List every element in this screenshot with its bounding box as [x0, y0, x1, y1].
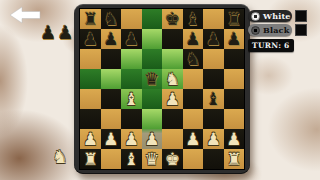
chess-board: ♜♞♚♝♜♟♟♟♟♟♟♞♛♞♝♟♝♟♟♟♟♟♟♟♜♝♛♚♜	[80, 9, 244, 169]
black-pawn-b7: ♟	[101, 29, 122, 49]
square-c8[interactable]	[121, 9, 142, 29]
square-a2[interactable]: ♟	[80, 129, 101, 149]
white-player-label: White	[263, 11, 291, 21]
white-pawn-b2: ♟	[101, 129, 122, 149]
white-pawn-e4: ♟	[162, 89, 183, 109]
square-a8[interactable]: ♜	[80, 9, 101, 29]
square-c3[interactable]	[121, 109, 142, 129]
white-pawn-g2: ♟	[203, 129, 224, 149]
square-f6[interactable]: ♞	[183, 49, 204, 69]
square-b8[interactable]: ♞	[101, 9, 122, 29]
white-knight-e5: ♞	[162, 69, 183, 89]
square-d6[interactable]	[142, 49, 163, 69]
square-b7[interactable]: ♟	[101, 29, 122, 49]
square-b4[interactable]	[101, 89, 122, 109]
black-bishop-g4: ♝	[203, 89, 224, 109]
black-knight-f6: ♞	[183, 49, 204, 69]
square-e8[interactable]: ♚	[162, 9, 183, 29]
white-rook-h1: ♜	[224, 149, 245, 169]
black-pawn-g7: ♟	[203, 29, 224, 49]
square-a7[interactable]: ♟	[80, 29, 101, 49]
square-b2[interactable]: ♟	[101, 129, 122, 149]
square-h2[interactable]: ♟	[224, 129, 245, 149]
white-king-e1: ♚	[162, 149, 183, 169]
square-d5[interactable]: ♛	[142, 69, 163, 89]
square-b6[interactable]	[101, 49, 122, 69]
square-h4[interactable]	[224, 89, 245, 109]
square-h1[interactable]: ♜	[224, 149, 245, 169]
square-f3[interactable]	[183, 109, 204, 129]
black-pawn-c7: ♟	[121, 29, 142, 49]
square-c5[interactable]	[121, 69, 142, 89]
square-a5[interactable]	[80, 69, 101, 89]
game-scene: ♟♟ ♞ ♜♞♚♝♜♟♟♟♟♟♟♞♛♞♝♟♝♟♟♟♟♟♟♟♜♝♛♚♜ White…	[0, 0, 320, 180]
square-b5[interactable]	[101, 69, 122, 89]
square-h7[interactable]: ♟	[224, 29, 245, 49]
captured-by-white-tray: ♟♟	[40, 22, 73, 44]
black-color-swatch	[295, 24, 307, 36]
square-c7[interactable]: ♟	[121, 29, 142, 49]
square-f4[interactable]	[183, 89, 204, 109]
black-rook-h8: ♜	[224, 9, 245, 29]
white-bishop-c4: ♝	[121, 89, 142, 109]
square-d8[interactable]	[142, 9, 163, 29]
black-pawn-h7: ♟	[224, 29, 245, 49]
square-h6[interactable]	[224, 49, 245, 69]
square-f5[interactable]	[183, 69, 204, 89]
square-d3[interactable]	[142, 109, 163, 129]
white-player-pill: White	[248, 10, 292, 22]
square-c2[interactable]: ♟	[121, 129, 142, 149]
square-g3[interactable]	[203, 109, 224, 129]
black-player-pill: Black	[248, 24, 292, 36]
square-c1[interactable]: ♝	[121, 149, 142, 169]
square-a1[interactable]: ♜	[80, 149, 101, 169]
white-pawn-a2: ♟	[80, 129, 101, 149]
square-g2[interactable]: ♟	[203, 129, 224, 149]
white-player-icon	[251, 12, 260, 21]
black-player-icon	[251, 26, 260, 35]
square-h5[interactable]	[224, 69, 245, 89]
square-d1[interactable]: ♛	[142, 149, 163, 169]
black-pawn-a7: ♟	[80, 29, 101, 49]
back-button[interactable]	[9, 6, 41, 24]
square-f1[interactable]	[183, 149, 204, 169]
white-bishop-c1: ♝	[121, 149, 142, 169]
square-e6[interactable]	[162, 49, 183, 69]
square-b3[interactable]	[101, 109, 122, 129]
square-d4[interactable]	[142, 89, 163, 109]
square-h3[interactable]	[224, 109, 245, 129]
square-c4[interactable]: ♝	[121, 89, 142, 109]
square-a3[interactable]	[80, 109, 101, 129]
square-d2[interactable]: ♟	[142, 129, 163, 149]
square-e3[interactable]	[162, 109, 183, 129]
square-g1[interactable]	[203, 149, 224, 169]
turn-indicator: TURN: 6	[248, 39, 294, 52]
turn-label: TURN: 6	[252, 41, 290, 50]
white-pawn-d2: ♟	[142, 129, 163, 149]
square-g5[interactable]	[203, 69, 224, 89]
black-knight-b8: ♞	[101, 9, 122, 29]
white-color-swatch	[295, 10, 307, 22]
captured-white-knight: ♞	[52, 146, 68, 168]
black-king-e8: ♚	[162, 9, 183, 29]
square-g7[interactable]: ♟	[203, 29, 224, 49]
captured-black-pawn: ♟	[40, 22, 56, 44]
square-b1[interactable]	[101, 149, 122, 169]
board-frame: ♜♞♚♝♜♟♟♟♟♟♟♞♛♞♝♟♝♟♟♟♟♟♟♟♜♝♛♚♜	[74, 4, 250, 174]
square-e5[interactable]: ♞	[162, 69, 183, 89]
square-f2[interactable]: ♟	[183, 129, 204, 149]
black-player-label: Black	[263, 25, 289, 35]
square-h8[interactable]: ♜	[224, 9, 245, 29]
white-queen-d1: ♛	[142, 149, 163, 169]
square-g6[interactable]	[203, 49, 224, 69]
square-c6[interactable]	[121, 49, 142, 69]
white-pawn-f2: ♟	[183, 129, 204, 149]
captured-black-pawn: ♟	[57, 22, 73, 44]
square-g8[interactable]	[203, 9, 224, 29]
square-e4[interactable]: ♟	[162, 89, 183, 109]
black-bishop-f8: ♝	[183, 9, 204, 29]
white-rook-a1: ♜	[80, 149, 101, 169]
captured-by-black-tray: ♞	[52, 146, 68, 168]
square-e7[interactable]	[162, 29, 183, 49]
square-a4[interactable]	[80, 89, 101, 109]
player-row-white: White	[248, 10, 307, 22]
square-g4[interactable]: ♝	[203, 89, 224, 109]
back-arrow-icon	[9, 6, 41, 24]
white-pawn-h2: ♟	[224, 129, 245, 149]
black-pawn-f7: ♟	[183, 29, 204, 49]
square-e1[interactable]: ♚	[162, 149, 183, 169]
white-pawn-c2: ♟	[121, 129, 142, 149]
square-f7[interactable]: ♟	[183, 29, 204, 49]
black-rook-a8: ♜	[80, 9, 101, 29]
square-d7[interactable]	[142, 29, 163, 49]
square-a6[interactable]	[80, 49, 101, 69]
square-f8[interactable]: ♝	[183, 9, 204, 29]
player-row-black: Black	[248, 24, 307, 36]
square-e2[interactable]	[162, 129, 183, 149]
black-queen-d5: ♛	[142, 69, 163, 89]
